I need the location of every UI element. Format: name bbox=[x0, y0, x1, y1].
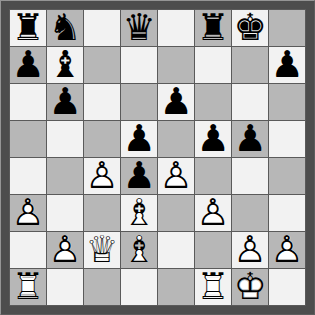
white-pawn-fill: ♟ bbox=[84, 158, 120, 194]
white-bishop: ♗ bbox=[121, 195, 157, 231]
white-queen-fill: ♛ bbox=[84, 232, 120, 268]
black-rook: ♜ bbox=[195, 10, 231, 46]
square-c5[interactable] bbox=[84, 121, 120, 157]
square-h2[interactable]: ♟♙ bbox=[269, 232, 305, 268]
black-pawn: ♟ bbox=[232, 121, 268, 157]
square-c2[interactable]: ♛♕ bbox=[84, 232, 120, 268]
square-c7[interactable] bbox=[84, 47, 120, 83]
square-e2[interactable] bbox=[158, 232, 194, 268]
white-pawn-fill: ♟ bbox=[10, 195, 46, 231]
black-pawn: ♟ bbox=[121, 121, 157, 157]
square-h7[interactable]: ♟ bbox=[269, 47, 305, 83]
black-pawn: ♟ bbox=[121, 158, 157, 194]
white-pawn: ♙ bbox=[232, 232, 268, 268]
square-b4[interactable] bbox=[47, 158, 83, 194]
square-g5[interactable]: ♟ bbox=[232, 121, 268, 157]
square-a3[interactable]: ♟♙ bbox=[10, 195, 46, 231]
white-bishop-fill: ♝ bbox=[121, 232, 157, 268]
square-f6[interactable] bbox=[195, 84, 231, 120]
square-f4[interactable] bbox=[195, 158, 231, 194]
square-a7[interactable]: ♟ bbox=[10, 47, 46, 83]
square-e8[interactable] bbox=[158, 10, 194, 46]
square-g4[interactable] bbox=[232, 158, 268, 194]
black-king: ♚ bbox=[232, 10, 268, 46]
square-h1[interactable] bbox=[269, 269, 305, 305]
square-c4[interactable]: ♟♙ bbox=[84, 158, 120, 194]
square-b6[interactable]: ♟ bbox=[47, 84, 83, 120]
black-rook: ♜ bbox=[10, 10, 46, 46]
square-e4[interactable]: ♟♙ bbox=[158, 158, 194, 194]
square-c1[interactable] bbox=[84, 269, 120, 305]
square-e1[interactable] bbox=[158, 269, 194, 305]
square-a2[interactable] bbox=[10, 232, 46, 268]
square-d6[interactable] bbox=[121, 84, 157, 120]
square-f8[interactable]: ♜ bbox=[195, 10, 231, 46]
square-f1[interactable]: ♜♖ bbox=[195, 269, 231, 305]
chess-board-frame: ♜♞♛♜♚♟♝♟♟♟♟♟♟♟♙♟♟♙♟♙♝♗♟♙♟♙♛♕♝♗♟♙♟♙♜♖♜♖♚♔ bbox=[0, 0, 315, 315]
white-pawn-fill: ♟ bbox=[158, 158, 194, 194]
square-b2[interactable]: ♟♙ bbox=[47, 232, 83, 268]
square-h5[interactable] bbox=[269, 121, 305, 157]
black-pawn: ♟ bbox=[269, 47, 305, 83]
square-a6[interactable] bbox=[10, 84, 46, 120]
square-h4[interactable] bbox=[269, 158, 305, 194]
square-e5[interactable] bbox=[158, 121, 194, 157]
square-b3[interactable] bbox=[47, 195, 83, 231]
square-a4[interactable] bbox=[10, 158, 46, 194]
white-bishop-fill: ♝ bbox=[121, 195, 157, 231]
white-pawn-fill: ♟ bbox=[232, 232, 268, 268]
white-king-fill: ♚ bbox=[232, 269, 268, 305]
square-d8[interactable]: ♛ bbox=[121, 10, 157, 46]
square-f2[interactable] bbox=[195, 232, 231, 268]
white-pawn: ♙ bbox=[84, 158, 120, 194]
square-a5[interactable] bbox=[10, 121, 46, 157]
square-h8[interactable] bbox=[269, 10, 305, 46]
square-c3[interactable] bbox=[84, 195, 120, 231]
square-f7[interactable] bbox=[195, 47, 231, 83]
square-e7[interactable] bbox=[158, 47, 194, 83]
white-pawn: ♙ bbox=[195, 195, 231, 231]
white-pawn: ♙ bbox=[10, 195, 46, 231]
white-pawn: ♙ bbox=[158, 158, 194, 194]
square-b5[interactable] bbox=[47, 121, 83, 157]
white-queen: ♕ bbox=[84, 232, 120, 268]
square-d3[interactable]: ♝♗ bbox=[121, 195, 157, 231]
square-c6[interactable] bbox=[84, 84, 120, 120]
square-h3[interactable] bbox=[269, 195, 305, 231]
square-h6[interactable] bbox=[269, 84, 305, 120]
white-pawn: ♙ bbox=[269, 232, 305, 268]
white-rook: ♖ bbox=[195, 269, 231, 305]
black-pawn: ♟ bbox=[47, 84, 83, 120]
square-c8[interactable] bbox=[84, 10, 120, 46]
black-knight: ♞ bbox=[47, 10, 83, 46]
square-d1[interactable] bbox=[121, 269, 157, 305]
black-bishop: ♝ bbox=[47, 47, 83, 83]
square-a8[interactable]: ♜ bbox=[10, 10, 46, 46]
square-d5[interactable]: ♟ bbox=[121, 121, 157, 157]
square-b7[interactable]: ♝ bbox=[47, 47, 83, 83]
white-king: ♔ bbox=[232, 269, 268, 305]
square-g2[interactable]: ♟♙ bbox=[232, 232, 268, 268]
black-pawn: ♟ bbox=[195, 121, 231, 157]
black-pawn: ♟ bbox=[158, 84, 194, 120]
square-d4[interactable]: ♟ bbox=[121, 158, 157, 194]
square-d2[interactable]: ♝♗ bbox=[121, 232, 157, 268]
square-g3[interactable] bbox=[232, 195, 268, 231]
chess-board: ♜♞♛♜♚♟♝♟♟♟♟♟♟♟♙♟♟♙♟♙♝♗♟♙♟♙♛♕♝♗♟♙♟♙♜♖♜♖♚♔ bbox=[9, 9, 306, 306]
square-e6[interactable]: ♟ bbox=[158, 84, 194, 120]
square-g8[interactable]: ♚ bbox=[232, 10, 268, 46]
square-g1[interactable]: ♚♔ bbox=[232, 269, 268, 305]
black-pawn: ♟ bbox=[10, 47, 46, 83]
square-g6[interactable] bbox=[232, 84, 268, 120]
white-pawn-fill: ♟ bbox=[47, 232, 83, 268]
white-pawn-fill: ♟ bbox=[269, 232, 305, 268]
white-rook-fill: ♜ bbox=[10, 269, 46, 305]
square-f3[interactable]: ♟♙ bbox=[195, 195, 231, 231]
square-d7[interactable] bbox=[121, 47, 157, 83]
square-b8[interactable]: ♞ bbox=[47, 10, 83, 46]
square-a1[interactable]: ♜♖ bbox=[10, 269, 46, 305]
white-bishop: ♗ bbox=[121, 232, 157, 268]
white-pawn-fill: ♟ bbox=[195, 195, 231, 231]
square-e3[interactable] bbox=[158, 195, 194, 231]
white-rook-fill: ♜ bbox=[195, 269, 231, 305]
square-f5[interactable]: ♟ bbox=[195, 121, 231, 157]
black-queen: ♛ bbox=[121, 10, 157, 46]
square-b1[interactable] bbox=[47, 269, 83, 305]
white-rook: ♖ bbox=[10, 269, 46, 305]
square-g7[interactable] bbox=[232, 47, 268, 83]
white-pawn: ♙ bbox=[47, 232, 83, 268]
